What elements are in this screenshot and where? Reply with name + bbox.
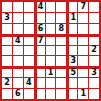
sudoku-cell-r9c8[interactable]: 1 [78, 89, 88, 99]
sudoku-cell-r6c6[interactable] [56, 56, 66, 66]
sudoku-cell-r5c9[interactable]: 2 [89, 46, 99, 56]
sudoku-cell-r6c7[interactable]: 3 [67, 56, 77, 66]
sudoku-cell-r5c5[interactable] [46, 46, 56, 56]
sudoku-cell-r3c3[interactable] [24, 24, 34, 34]
sudoku-cell-r5c3[interactable] [24, 46, 34, 56]
sudoku-cell-r4c4[interactable]: 7 [35, 35, 45, 45]
sudoku-board: 47316847231532461 [0, 0, 101, 101]
sudoku-cell-r2c1[interactable]: 3 [2, 13, 12, 23]
sudoku-cell-r4c5[interactable] [46, 35, 56, 45]
sudoku-cell-r2c6[interactable] [56, 13, 66, 23]
sudoku-cell-r3c5[interactable] [46, 24, 56, 34]
sudoku-cell-r7c9[interactable]: 3 [89, 67, 99, 77]
sudoku-cell-r5c8[interactable] [78, 46, 88, 56]
sudoku-cell-r9c1[interactable] [2, 89, 12, 99]
sudoku-cell-r5c4[interactable] [35, 46, 45, 56]
sudoku-cell-r3c8[interactable] [78, 24, 88, 34]
sudoku-cell-r2c4[interactable] [35, 13, 45, 23]
sudoku-cell-r8c2[interactable] [13, 78, 23, 88]
sudoku-cell-r7c3[interactable] [24, 67, 34, 77]
sudoku-cell-r3c7[interactable] [67, 24, 77, 34]
sudoku-cell-r4c8[interactable] [78, 35, 88, 45]
sudoku-cell-r7c5[interactable]: 1 [46, 67, 56, 77]
sudoku-cell-r4c3[interactable] [24, 35, 34, 45]
sudoku-cell-r8c8[interactable] [78, 78, 88, 88]
sudoku-cell-r6c1[interactable] [2, 56, 12, 66]
sudoku-cell-r3c6[interactable]: 8 [56, 24, 66, 34]
sudoku-cell-r3c4[interactable]: 6 [35, 24, 45, 34]
sudoku-cell-r2c5[interactable] [46, 13, 56, 23]
sudoku-cell-r2c3[interactable] [24, 13, 34, 23]
sudoku-cell-r7c4[interactable] [35, 67, 45, 77]
sudoku-cell-r4c2[interactable]: 4 [13, 35, 23, 45]
sudoku-cell-r8c5[interactable] [46, 78, 56, 88]
sudoku-cell-r1c5[interactable] [46, 2, 56, 12]
sudoku-cell-r3c9[interactable] [89, 24, 99, 34]
sudoku-cell-r2c8[interactable] [78, 13, 88, 23]
sudoku-cell-r7c2[interactable] [13, 67, 23, 77]
sudoku-cell-r5c7[interactable] [67, 46, 77, 56]
sudoku-cell-r8c1[interactable]: 2 [2, 78, 12, 88]
sudoku-cell-r4c9[interactable] [89, 35, 99, 45]
sudoku-cell-r9c5[interactable] [46, 89, 56, 99]
sudoku-cell-r1c9[interactable] [89, 2, 99, 12]
sudoku-cell-r4c6[interactable] [56, 35, 66, 45]
sudoku-cell-r9c3[interactable] [24, 89, 34, 99]
sudoku-cell-r6c4[interactable] [35, 56, 45, 66]
sudoku-cell-r9c4[interactable] [35, 89, 45, 99]
sudoku-cell-r5c6[interactable] [56, 46, 66, 56]
sudoku-cell-r1c8[interactable]: 7 [78, 2, 88, 12]
sudoku-cell-r1c6[interactable] [56, 2, 66, 12]
sudoku-cell-r5c1[interactable] [2, 46, 12, 56]
sudoku-cell-r7c6[interactable] [56, 67, 66, 77]
sudoku-cell-r4c7[interactable] [67, 35, 77, 45]
sudoku-cell-r3c1[interactable] [2, 24, 12, 34]
sudoku-cell-r8c3[interactable]: 4 [24, 78, 34, 88]
sudoku-cell-r8c9[interactable] [89, 78, 99, 88]
sudoku-cell-r5c2[interactable] [13, 46, 23, 56]
sudoku-cell-r8c4[interactable] [35, 78, 45, 88]
sudoku-cell-r8c6[interactable] [56, 78, 66, 88]
sudoku-cell-r9c9[interactable] [89, 89, 99, 99]
sudoku-cell-r9c6[interactable] [56, 89, 66, 99]
sudoku-cell-r1c4[interactable]: 4 [35, 2, 45, 12]
sudoku-cell-r9c2[interactable]: 6 [13, 89, 23, 99]
sudoku-cell-r2c9[interactable] [89, 13, 99, 23]
sudoku-cell-r7c8[interactable] [78, 67, 88, 77]
sudoku-cell-r6c2[interactable] [13, 56, 23, 66]
sudoku-cell-r1c2[interactable] [13, 2, 23, 12]
sudoku-cell-r2c7[interactable]: 1 [67, 13, 77, 23]
sudoku-cell-r6c8[interactable] [78, 56, 88, 66]
sudoku-cell-r8c7[interactable] [67, 78, 77, 88]
sudoku-cell-r1c3[interactable] [24, 2, 34, 12]
sudoku-cell-r2c2[interactable] [13, 13, 23, 23]
sudoku-cell-r9c7[interactable] [67, 89, 77, 99]
sudoku-cell-r1c1[interactable] [2, 2, 12, 12]
sudoku-cell-r3c2[interactable] [13, 24, 23, 34]
sudoku-cell-r7c1[interactable] [2, 67, 12, 77]
sudoku-cell-r6c5[interactable] [46, 56, 56, 66]
sudoku-cell-r4c1[interactable] [2, 35, 12, 45]
sudoku-cell-r6c9[interactable] [89, 56, 99, 66]
sudoku-cell-r6c3[interactable] [24, 56, 34, 66]
sudoku-cell-r1c7[interactable] [67, 2, 77, 12]
sudoku-cell-r7c7[interactable]: 5 [67, 67, 77, 77]
